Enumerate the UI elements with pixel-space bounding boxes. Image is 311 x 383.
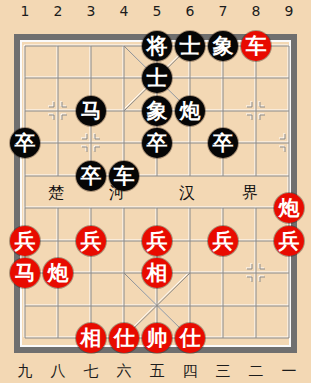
file-label-bottom-6: 四 [183, 363, 198, 379]
piece-black-soldier[interactable]: 卒 [142, 128, 172, 158]
piece-black-soldier[interactable]: 卒 [10, 128, 40, 158]
piece-red-elephant[interactable]: 相 [142, 258, 172, 288]
river-char: 汉 [179, 185, 195, 201]
piece-red-cannon[interactable]: 炮 [274, 193, 304, 223]
piece-red-advisor[interactable]: 仕 [109, 323, 139, 353]
file-label-bottom-8: 二 [249, 363, 264, 379]
piece-black-advisor[interactable]: 士 [175, 31, 205, 61]
piece-black-soldier[interactable]: 卒 [76, 161, 106, 191]
file-label-bottom-3: 七 [84, 363, 99, 379]
piece-black-elephant[interactable]: 象 [142, 96, 172, 126]
file-label-bottom-4: 六 [117, 363, 132, 379]
piece-black-cannon[interactable]: 炮 [175, 96, 205, 126]
piece-red-chariot[interactable]: 车 [241, 31, 271, 61]
piece-red-soldier[interactable]: 兵 [142, 226, 172, 256]
piece-black-elephant[interactable]: 象 [208, 31, 238, 61]
piece-red-cannon[interactable]: 炮 [43, 258, 73, 288]
piece-black-chariot[interactable]: 车 [109, 161, 139, 191]
file-label-bottom-9: 一 [282, 363, 297, 379]
piece-red-soldier[interactable]: 兵 [208, 226, 238, 256]
file-label-bottom-7: 三 [216, 363, 231, 379]
file-label-bottom-1: 九 [18, 363, 33, 379]
piece-black-general[interactable]: 将 [142, 31, 172, 61]
piece-red-horse[interactable]: 马 [10, 258, 40, 288]
piece-red-elephant[interactable]: 相 [76, 323, 106, 353]
file-label-bottom-2: 八 [51, 363, 66, 379]
file-label-bottom-5: 五 [150, 363, 165, 379]
piece-black-advisor[interactable]: 士 [142, 63, 172, 93]
piece-red-soldier[interactable]: 兵 [274, 226, 304, 256]
river-char: 楚 [48, 185, 64, 201]
piece-red-soldier[interactable]: 兵 [76, 226, 106, 256]
piece-red-general[interactable]: 帅 [142, 323, 172, 353]
piece-red-advisor[interactable]: 仕 [175, 323, 205, 353]
piece-red-soldier[interactable]: 兵 [10, 226, 40, 256]
piece-black-soldier[interactable]: 卒 [208, 128, 238, 158]
river-char: 界 [242, 185, 258, 201]
piece-black-horse[interactable]: 马 [76, 96, 106, 126]
xiangqi-board: 123456789 楚河汉界 将士象车士马象炮卒卒卒卒车炮兵兵兵兵兵马炮相相仕帅… [0, 0, 311, 383]
